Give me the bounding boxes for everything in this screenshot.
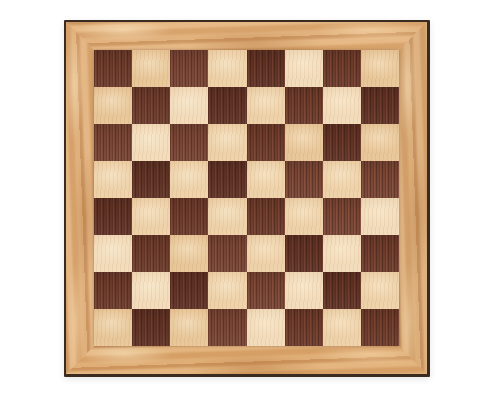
square-c4[interactable] xyxy=(170,198,208,235)
square-f1[interactable] xyxy=(285,309,323,346)
square-f2[interactable] xyxy=(285,272,323,309)
square-d7[interactable] xyxy=(208,87,246,124)
square-h3[interactable] xyxy=(361,235,399,272)
square-h6[interactable] xyxy=(361,124,399,161)
square-g8[interactable] xyxy=(323,50,361,87)
square-d2[interactable] xyxy=(208,272,246,309)
square-h8[interactable] xyxy=(361,50,399,87)
square-c6[interactable] xyxy=(170,124,208,161)
board-frame-bottom xyxy=(66,346,427,374)
square-f5[interactable] xyxy=(285,161,323,198)
square-a7[interactable] xyxy=(94,87,132,124)
square-g1[interactable] xyxy=(323,309,361,346)
square-a1[interactable] xyxy=(94,309,132,346)
square-d3[interactable] xyxy=(208,235,246,272)
square-d5[interactable] xyxy=(208,161,246,198)
square-e4[interactable] xyxy=(247,198,285,235)
square-f7[interactable] xyxy=(285,87,323,124)
square-c5[interactable] xyxy=(170,161,208,198)
square-g7[interactable] xyxy=(323,87,361,124)
board-frame-left xyxy=(66,22,94,374)
square-h2[interactable] xyxy=(361,272,399,309)
square-f4[interactable] xyxy=(285,198,323,235)
square-b8[interactable] xyxy=(132,50,170,87)
square-b6[interactable] xyxy=(132,124,170,161)
square-a8[interactable] xyxy=(94,50,132,87)
square-b2[interactable] xyxy=(132,272,170,309)
square-e1[interactable] xyxy=(247,309,285,346)
square-d4[interactable] xyxy=(208,198,246,235)
chess-board xyxy=(64,20,430,377)
square-c2[interactable] xyxy=(170,272,208,309)
square-h1[interactable] xyxy=(361,309,399,346)
square-e6[interactable] xyxy=(247,124,285,161)
square-e8[interactable] xyxy=(247,50,285,87)
square-a3[interactable] xyxy=(94,235,132,272)
square-a2[interactable] xyxy=(94,272,132,309)
square-d8[interactable] xyxy=(208,50,246,87)
square-a5[interactable] xyxy=(94,161,132,198)
photo-canvas xyxy=(0,0,500,400)
square-e5[interactable] xyxy=(247,161,285,198)
square-g2[interactable] xyxy=(323,272,361,309)
square-g5[interactable] xyxy=(323,161,361,198)
square-b4[interactable] xyxy=(132,198,170,235)
square-b3[interactable] xyxy=(132,235,170,272)
square-c7[interactable] xyxy=(170,87,208,124)
square-e2[interactable] xyxy=(247,272,285,309)
square-b7[interactable] xyxy=(132,87,170,124)
square-h4[interactable] xyxy=(361,198,399,235)
square-d1[interactable] xyxy=(208,309,246,346)
square-b5[interactable] xyxy=(132,161,170,198)
square-a6[interactable] xyxy=(94,124,132,161)
square-d6[interactable] xyxy=(208,124,246,161)
square-h5[interactable] xyxy=(361,161,399,198)
square-b1[interactable] xyxy=(132,309,170,346)
square-c3[interactable] xyxy=(170,235,208,272)
square-f6[interactable] xyxy=(285,124,323,161)
board-grid xyxy=(94,50,399,346)
square-g3[interactable] xyxy=(323,235,361,272)
square-e3[interactable] xyxy=(247,235,285,272)
square-h7[interactable] xyxy=(361,87,399,124)
board-frame-right xyxy=(399,22,427,374)
square-c8[interactable] xyxy=(170,50,208,87)
square-f8[interactable] xyxy=(285,50,323,87)
square-f3[interactable] xyxy=(285,235,323,272)
board-frame-top xyxy=(66,22,427,50)
square-c1[interactable] xyxy=(170,309,208,346)
square-g6[interactable] xyxy=(323,124,361,161)
square-g4[interactable] xyxy=(323,198,361,235)
square-a4[interactable] xyxy=(94,198,132,235)
square-e7[interactable] xyxy=(247,87,285,124)
